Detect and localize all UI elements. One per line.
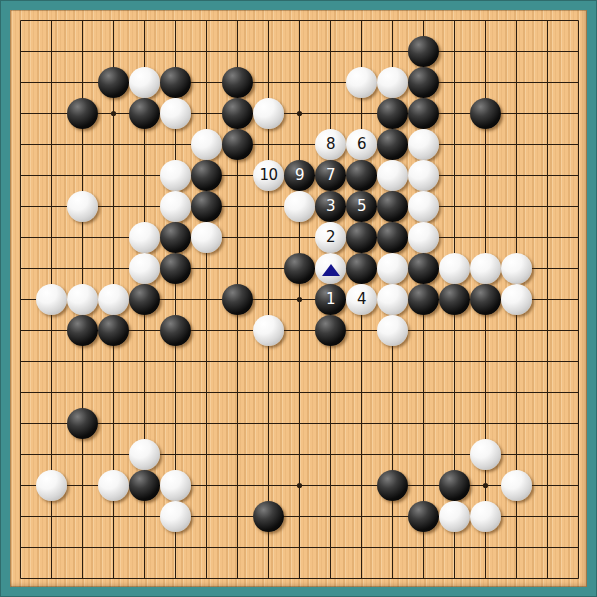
black-stone[interactable]: [346, 160, 377, 191]
black-stone[interactable]: [222, 129, 253, 160]
white-stone[interactable]: 4: [346, 284, 377, 315]
black-stone[interactable]: [160, 222, 191, 253]
black-stone[interactable]: [129, 470, 160, 501]
white-stone[interactable]: [501, 253, 532, 284]
black-stone[interactable]: [129, 284, 160, 315]
black-stone[interactable]: 7: [315, 160, 346, 191]
star-point: [297, 483, 302, 488]
white-stone[interactable]: [470, 501, 501, 532]
black-stone[interactable]: [346, 253, 377, 284]
black-stone[interactable]: [377, 222, 408, 253]
white-stone[interactable]: [67, 284, 98, 315]
white-stone[interactable]: [408, 129, 439, 160]
black-stone[interactable]: [253, 501, 284, 532]
black-stone[interactable]: [191, 160, 222, 191]
black-stone[interactable]: 3: [315, 191, 346, 222]
black-stone[interactable]: [222, 98, 253, 129]
black-stone[interactable]: 9: [284, 160, 315, 191]
black-stone[interactable]: [222, 284, 253, 315]
white-stone[interactable]: [439, 501, 470, 532]
white-stone[interactable]: [377, 284, 408, 315]
black-stone[interactable]: [129, 98, 160, 129]
white-stone[interactable]: [284, 191, 315, 222]
white-stone[interactable]: [160, 470, 191, 501]
black-stone[interactable]: [191, 191, 222, 222]
black-stone[interactable]: [377, 129, 408, 160]
white-stone[interactable]: [129, 439, 160, 470]
black-stone[interactable]: [470, 284, 501, 315]
white-stone[interactable]: 8: [315, 129, 346, 160]
black-stone[interactable]: [408, 501, 439, 532]
black-stone[interactable]: [160, 315, 191, 346]
go-board[interactable]: 86109735214: [10, 10, 587, 587]
white-stone[interactable]: [98, 284, 129, 315]
black-stone[interactable]: [346, 222, 377, 253]
white-stone[interactable]: 6: [346, 129, 377, 160]
white-stone[interactable]: [408, 160, 439, 191]
black-stone[interactable]: [408, 284, 439, 315]
white-stone[interactable]: [191, 222, 222, 253]
move-number-label: 7: [326, 168, 335, 183]
star-point: [297, 297, 302, 302]
white-stone[interactable]: [439, 253, 470, 284]
black-stone[interactable]: [408, 67, 439, 98]
move-number-label: 3: [326, 199, 335, 214]
move-number-label: 1: [326, 292, 335, 307]
white-stone[interactable]: [346, 67, 377, 98]
white-stone[interactable]: [501, 284, 532, 315]
white-stone[interactable]: [470, 253, 501, 284]
black-stone[interactable]: [67, 315, 98, 346]
black-stone[interactable]: [98, 67, 129, 98]
white-stone[interactable]: [36, 470, 67, 501]
black-stone[interactable]: [160, 67, 191, 98]
white-stone[interactable]: [160, 191, 191, 222]
black-stone[interactable]: [408, 36, 439, 67]
black-stone[interactable]: [439, 284, 470, 315]
white-stone[interactable]: [191, 129, 222, 160]
move-number-label: 4: [357, 292, 366, 307]
white-stone[interactable]: [377, 315, 408, 346]
white-stone[interactable]: [253, 98, 284, 129]
star-point: [483, 483, 488, 488]
move-number-label: 9: [295, 168, 304, 183]
white-stone[interactable]: [98, 470, 129, 501]
black-stone[interactable]: 5: [346, 191, 377, 222]
white-stone[interactable]: [470, 439, 501, 470]
black-stone[interactable]: [222, 67, 253, 98]
move-number-label: 5: [357, 199, 366, 214]
white-stone[interactable]: [129, 222, 160, 253]
move-number-label: 10: [259, 168, 277, 183]
white-stone[interactable]: [253, 315, 284, 346]
black-stone[interactable]: [67, 98, 98, 129]
white-stone[interactable]: 10: [253, 160, 284, 191]
white-stone[interactable]: [129, 253, 160, 284]
white-stone[interactable]: [408, 222, 439, 253]
white-stone[interactable]: 2: [315, 222, 346, 253]
triangle-marker: [322, 264, 340, 276]
black-stone[interactable]: [408, 253, 439, 284]
white-stone[interactable]: [377, 253, 408, 284]
move-number-label: 2: [326, 230, 335, 245]
black-stone[interactable]: [377, 470, 408, 501]
white-stone[interactable]: [377, 160, 408, 191]
white-stone[interactable]: [160, 98, 191, 129]
white-stone[interactable]: [129, 67, 160, 98]
black-stone[interactable]: [315, 315, 346, 346]
white-stone[interactable]: [36, 284, 67, 315]
black-stone[interactable]: [408, 98, 439, 129]
black-stone[interactable]: [284, 253, 315, 284]
star-point: [111, 111, 116, 116]
star-point: [297, 111, 302, 116]
go-board-frame: 86109735214: [0, 0, 597, 597]
move-number-label: 6: [357, 137, 366, 152]
black-stone[interactable]: [377, 191, 408, 222]
black-stone[interactable]: [67, 408, 98, 439]
black-stone[interactable]: [160, 253, 191, 284]
white-stone[interactable]: [377, 67, 408, 98]
white-stone[interactable]: [315, 253, 346, 284]
white-stone[interactable]: [160, 501, 191, 532]
white-stone[interactable]: [160, 160, 191, 191]
move-number-label: 8: [326, 137, 335, 152]
black-stone[interactable]: [439, 470, 470, 501]
white-stone[interactable]: [67, 191, 98, 222]
black-stone[interactable]: 1: [315, 284, 346, 315]
black-stone[interactable]: [98, 315, 129, 346]
white-stone[interactable]: [408, 191, 439, 222]
black-stone[interactable]: [470, 98, 501, 129]
black-stone[interactable]: [377, 98, 408, 129]
white-stone[interactable]: [501, 470, 532, 501]
